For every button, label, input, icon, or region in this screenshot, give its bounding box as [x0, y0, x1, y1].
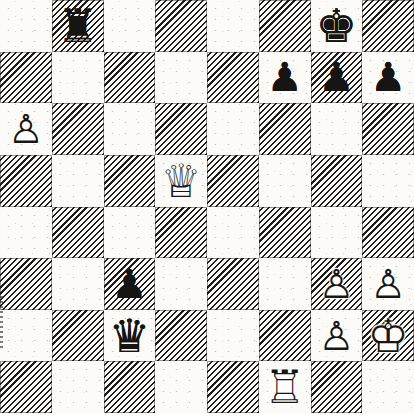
square-a1[interactable]	[0, 361, 52, 413]
square-g1[interactable]	[311, 361, 363, 413]
print-smudge	[0, 296, 3, 348]
piece-white-pawn: ♟♙	[370, 264, 406, 304]
square-d4[interactable]	[155, 207, 207, 259]
square-h6[interactable]	[362, 103, 414, 155]
square-h1[interactable]	[362, 361, 414, 413]
square-c3[interactable]: ♟	[104, 258, 156, 310]
square-d8[interactable]	[155, 0, 207, 52]
square-a3[interactable]	[0, 258, 52, 310]
square-g7[interactable]: ♟	[311, 52, 363, 104]
square-h5[interactable]	[362, 155, 414, 207]
square-d1[interactable]	[155, 361, 207, 413]
square-d2[interactable]	[155, 310, 207, 362]
square-b7[interactable]	[52, 52, 104, 104]
square-e5[interactable]	[207, 155, 259, 207]
square-c6[interactable]	[104, 103, 156, 155]
square-c1[interactable]	[104, 361, 156, 413]
square-b4[interactable]	[52, 207, 104, 259]
square-b2[interactable]	[52, 310, 104, 362]
square-f6[interactable]	[259, 103, 311, 155]
square-e3[interactable]	[207, 258, 259, 310]
piece-white-rook: ♜♖	[264, 364, 305, 410]
square-b5[interactable]	[52, 155, 104, 207]
square-g6[interactable]	[311, 103, 363, 155]
square-a2[interactable]	[0, 310, 52, 362]
square-g5[interactable]	[311, 155, 363, 207]
square-a5[interactable]	[0, 155, 52, 207]
piece-white-pawn: ♟♙	[318, 264, 354, 304]
square-f5[interactable]	[259, 155, 311, 207]
square-g3[interactable]: ♟♙	[311, 258, 363, 310]
square-h4[interactable]	[362, 207, 414, 259]
square-h3[interactable]: ♟♙	[362, 258, 414, 310]
square-c5[interactable]	[104, 155, 156, 207]
square-b3[interactable]	[52, 258, 104, 310]
piece-black-pawn: ♟	[267, 57, 303, 97]
square-a6[interactable]: ♟♙	[0, 103, 52, 155]
square-e1[interactable]	[207, 361, 259, 413]
square-h7[interactable]: ♟	[362, 52, 414, 104]
paper-margin	[0, 413, 414, 419]
square-g4[interactable]	[311, 207, 363, 259]
square-a7[interactable]	[0, 52, 52, 104]
square-e7[interactable]	[207, 52, 259, 104]
square-d3[interactable]	[155, 258, 207, 310]
square-g2[interactable]: ♟♙	[311, 310, 363, 362]
piece-black-pawn: ♟	[318, 57, 354, 97]
square-d7[interactable]	[155, 52, 207, 104]
square-e2[interactable]	[207, 310, 259, 362]
square-c7[interactable]	[104, 52, 156, 104]
chess-board: ♜♚♟♟♟♟♙♛♕♟♟♙♟♙♛♟♙♚♔♜♖	[0, 0, 414, 413]
piece-white-pawn: ♟♙	[8, 109, 44, 149]
square-c4[interactable]	[104, 207, 156, 259]
square-g8[interactable]: ♚	[311, 0, 363, 52]
square-c8[interactable]	[104, 0, 156, 52]
square-f2[interactable]	[259, 310, 311, 362]
piece-black-king: ♚	[316, 3, 357, 49]
piece-black-rook: ♜	[57, 3, 98, 49]
piece-white-king: ♚♔	[368, 313, 409, 359]
square-d6[interactable]	[155, 103, 207, 155]
square-b8[interactable]: ♜	[52, 0, 104, 52]
square-a8[interactable]	[0, 0, 52, 52]
square-f1[interactable]: ♜♖	[259, 361, 311, 413]
piece-black-queen: ♛	[109, 313, 150, 359]
square-f3[interactable]	[259, 258, 311, 310]
square-h8[interactable]	[362, 0, 414, 52]
piece-black-pawn: ♟	[370, 57, 406, 97]
piece-white-queen: ♛♕	[161, 158, 202, 204]
square-f8[interactable]	[259, 0, 311, 52]
piece-black-pawn: ♟	[111, 264, 147, 304]
square-d5[interactable]: ♛♕	[155, 155, 207, 207]
piece-white-pawn: ♟♙	[318, 316, 354, 356]
square-e8[interactable]	[207, 0, 259, 52]
square-e6[interactable]	[207, 103, 259, 155]
square-e4[interactable]	[207, 207, 259, 259]
square-b1[interactable]	[52, 361, 104, 413]
square-f4[interactable]	[259, 207, 311, 259]
square-a4[interactable]	[0, 207, 52, 259]
square-c2[interactable]: ♛	[104, 310, 156, 362]
square-b6[interactable]	[52, 103, 104, 155]
newspaper-chess-diagram: ♜♚♟♟♟♟♙♛♕♟♟♙♟♙♛♟♙♚♔♜♖	[0, 0, 414, 419]
square-h2[interactable]: ♚♔	[362, 310, 414, 362]
square-f7[interactable]: ♟	[259, 52, 311, 104]
